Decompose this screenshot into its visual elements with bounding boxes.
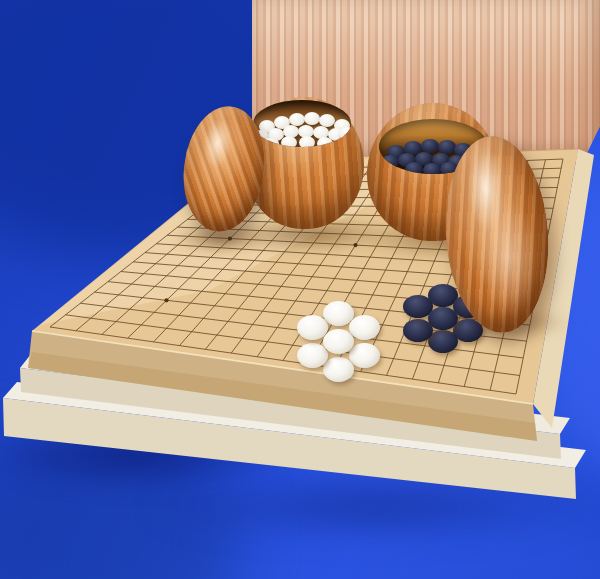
star-point bbox=[164, 298, 168, 302]
white-stone-in-bowl bbox=[299, 136, 315, 148]
white-go-stone bbox=[323, 357, 354, 382]
white-go-stone bbox=[349, 315, 380, 340]
white-stone-in-bowl bbox=[319, 114, 335, 127]
black-stone-in-bowl bbox=[421, 139, 439, 153]
black-stone-in-bowl bbox=[438, 140, 456, 154]
white-go-stone bbox=[323, 329, 354, 354]
white-go-stone bbox=[349, 343, 380, 368]
white-go-stone bbox=[297, 315, 328, 340]
white-go-stone bbox=[323, 301, 354, 326]
black-stone-in-bowl bbox=[423, 163, 441, 174]
bowl-opening-white-stones bbox=[253, 100, 351, 147]
white-stone-in-bowl bbox=[304, 112, 320, 125]
white-go-stone bbox=[297, 343, 328, 368]
black-go-stone bbox=[428, 307, 458, 330]
white-stone-in-bowl bbox=[281, 136, 297, 148]
go-set-product-photo bbox=[0, 0, 600, 579]
white-stone-in-bowl bbox=[289, 113, 305, 126]
